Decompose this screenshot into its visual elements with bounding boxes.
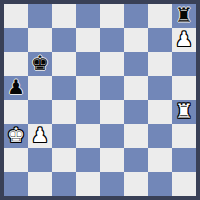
square-c1[interactable] xyxy=(52,172,76,196)
square-g4[interactable] xyxy=(148,100,172,124)
square-a8[interactable] xyxy=(4,4,28,28)
square-b2[interactable] xyxy=(28,148,52,172)
square-e2[interactable] xyxy=(100,148,124,172)
square-b6[interactable]: ♚ xyxy=(28,52,52,76)
square-b3[interactable]: ♟ xyxy=(28,124,52,148)
square-c7[interactable] xyxy=(52,28,76,52)
square-b1[interactable] xyxy=(28,172,52,196)
square-b8[interactable] xyxy=(28,4,52,28)
square-c6[interactable] xyxy=(52,52,76,76)
square-d7[interactable] xyxy=(76,28,100,52)
square-d1[interactable] xyxy=(76,172,100,196)
square-a7[interactable] xyxy=(4,28,28,52)
square-d3[interactable] xyxy=(76,124,100,148)
square-e7[interactable] xyxy=(100,28,124,52)
square-a1[interactable] xyxy=(4,172,28,196)
piece-white-king-a3[interactable]: ♚ xyxy=(7,125,25,145)
square-e4[interactable] xyxy=(100,100,124,124)
square-c2[interactable] xyxy=(52,148,76,172)
square-g8[interactable] xyxy=(148,4,172,28)
piece-black-king-b6[interactable]: ♚ xyxy=(31,53,49,73)
square-f4[interactable] xyxy=(124,100,148,124)
square-h2[interactable] xyxy=(172,148,196,172)
square-d6[interactable] xyxy=(76,52,100,76)
square-g6[interactable] xyxy=(148,52,172,76)
piece-black-pawn-a5[interactable]: ♟ xyxy=(7,77,25,97)
square-f7[interactable] xyxy=(124,28,148,52)
square-a2[interactable] xyxy=(4,148,28,172)
square-d8[interactable] xyxy=(76,4,100,28)
square-f5[interactable] xyxy=(124,76,148,100)
square-h1[interactable] xyxy=(172,172,196,196)
square-e6[interactable] xyxy=(100,52,124,76)
square-f8[interactable] xyxy=(124,4,148,28)
square-g7[interactable] xyxy=(148,28,172,52)
square-g1[interactable] xyxy=(148,172,172,196)
square-c4[interactable] xyxy=(52,100,76,124)
square-h8[interactable]: ♜ xyxy=(172,4,196,28)
square-e5[interactable] xyxy=(100,76,124,100)
square-h3[interactable] xyxy=(172,124,196,148)
square-c8[interactable] xyxy=(52,4,76,28)
square-f1[interactable] xyxy=(124,172,148,196)
square-f2[interactable] xyxy=(124,148,148,172)
square-g2[interactable] xyxy=(148,148,172,172)
square-d2[interactable] xyxy=(76,148,100,172)
square-b7[interactable] xyxy=(28,28,52,52)
square-f6[interactable] xyxy=(124,52,148,76)
square-h5[interactable] xyxy=(172,76,196,100)
piece-white-rook-h4[interactable]: ♜ xyxy=(175,101,193,121)
chess-board: ♜♟♚♟♜♚♟ xyxy=(0,0,200,200)
square-e1[interactable] xyxy=(100,172,124,196)
square-b5[interactable] xyxy=(28,76,52,100)
square-e3[interactable] xyxy=(100,124,124,148)
piece-black-rook-h8[interactable]: ♜ xyxy=(175,5,193,25)
square-a5[interactable]: ♟ xyxy=(4,76,28,100)
square-d5[interactable] xyxy=(76,76,100,100)
square-e8[interactable] xyxy=(100,4,124,28)
square-f3[interactable] xyxy=(124,124,148,148)
piece-white-pawn-h7[interactable]: ♟ xyxy=(175,29,193,49)
square-c5[interactable] xyxy=(52,76,76,100)
square-c3[interactable] xyxy=(52,124,76,148)
piece-white-pawn-b3[interactable]: ♟ xyxy=(31,125,49,145)
square-b4[interactable] xyxy=(28,100,52,124)
square-a6[interactable] xyxy=(4,52,28,76)
square-h6[interactable] xyxy=(172,52,196,76)
square-a4[interactable] xyxy=(4,100,28,124)
square-a3[interactable]: ♚ xyxy=(4,124,28,148)
square-h4[interactable]: ♜ xyxy=(172,100,196,124)
square-d4[interactable] xyxy=(76,100,100,124)
square-h7[interactable]: ♟ xyxy=(172,28,196,52)
square-g3[interactable] xyxy=(148,124,172,148)
square-g5[interactable] xyxy=(148,76,172,100)
